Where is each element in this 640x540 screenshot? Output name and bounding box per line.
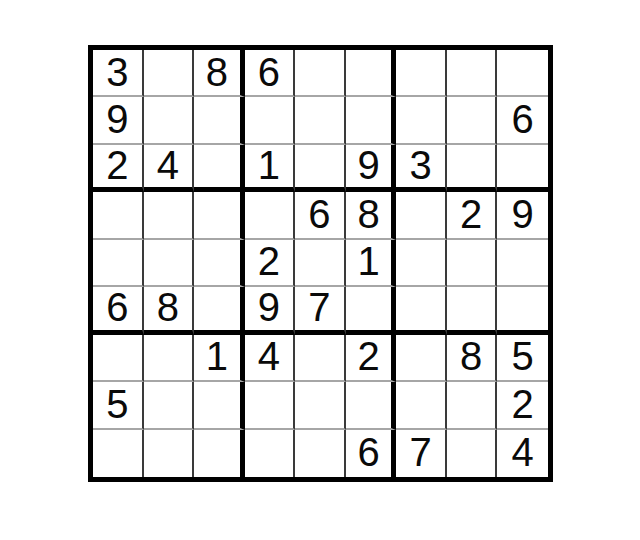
cell-r7c1-empty[interactable] [93, 335, 144, 382]
cell-r6c3-empty[interactable] [194, 287, 245, 334]
cell-r2c2-empty[interactable] [144, 97, 195, 144]
cell-r8c8-empty[interactable] [447, 382, 498, 429]
cell-r2c1-given: 9 [93, 97, 144, 144]
cell-r4c6-given: 8 [346, 192, 397, 239]
cell-r2c5-empty[interactable] [295, 97, 346, 144]
cell-r9c2-empty[interactable] [144, 430, 195, 477]
cell-r1c3-given: 8 [194, 50, 245, 97]
cell-r1c1-given: 3 [93, 50, 144, 97]
cell-r1c5-empty[interactable] [295, 50, 346, 97]
cell-r6c9-empty[interactable] [497, 287, 548, 334]
page-background: { "game": "sudoku", "position": "3.86...… [0, 0, 640, 540]
cell-r5c6-given: 1 [346, 240, 397, 287]
cell-r4c1-empty[interactable] [93, 192, 144, 239]
cell-r7c9-given: 5 [497, 335, 548, 382]
cell-r9c9-given: 4 [497, 430, 548, 477]
cell-r5c7-empty[interactable] [396, 240, 447, 287]
cell-r9c5-empty[interactable] [295, 430, 346, 477]
cell-r3c2-given: 4 [144, 145, 195, 192]
cell-r9c8-empty[interactable] [447, 430, 498, 477]
cell-r1c2-empty[interactable] [144, 50, 195, 97]
cell-r7c3-given: 1 [194, 335, 245, 382]
cell-r5c5-empty[interactable] [295, 240, 346, 287]
cell-r3c9-empty[interactable] [497, 145, 548, 192]
cell-r5c3-empty[interactable] [194, 240, 245, 287]
cell-r4c9-given: 9 [497, 192, 548, 239]
cell-r3c1-given: 2 [93, 145, 144, 192]
cell-r6c2-given: 8 [144, 287, 195, 334]
cell-r4c2-empty[interactable] [144, 192, 195, 239]
cell-r4c4-empty[interactable] [245, 192, 296, 239]
cell-r4c8-given: 2 [447, 192, 498, 239]
cell-r2c4-empty[interactable] [245, 97, 296, 144]
cell-r9c6-given: 6 [346, 430, 397, 477]
cell-r6c8-empty[interactable] [447, 287, 498, 334]
cell-r6c6-empty[interactable] [346, 287, 397, 334]
cell-r4c3-empty[interactable] [194, 192, 245, 239]
cell-r7c4-given: 4 [245, 335, 296, 382]
cell-r2c9-given: 6 [497, 97, 548, 144]
cell-r9c7-given: 7 [396, 430, 447, 477]
cell-r8c9-given: 2 [497, 382, 548, 429]
cell-r1c4-given: 6 [245, 50, 296, 97]
cell-r5c4-given: 2 [245, 240, 296, 287]
cell-r9c1-empty[interactable] [93, 430, 144, 477]
cell-r8c6-empty[interactable] [346, 382, 397, 429]
cell-r2c7-empty[interactable] [396, 97, 447, 144]
cell-r3c7-given: 3 [396, 145, 447, 192]
cell-r2c8-empty[interactable] [447, 97, 498, 144]
cell-r1c7-empty[interactable] [396, 50, 447, 97]
cell-r6c7-empty[interactable] [396, 287, 447, 334]
cell-r2c3-empty[interactable] [194, 97, 245, 144]
sudoku-board: 386962419368292168971428552674 [88, 45, 553, 482]
cell-r7c7-empty[interactable] [396, 335, 447, 382]
cell-r8c7-empty[interactable] [396, 382, 447, 429]
cell-r5c2-empty[interactable] [144, 240, 195, 287]
cell-r3c8-empty[interactable] [447, 145, 498, 192]
cell-r8c4-empty[interactable] [245, 382, 296, 429]
cell-r4c5-given: 6 [295, 192, 346, 239]
cell-r4c7-empty[interactable] [396, 192, 447, 239]
cell-r7c8-given: 8 [447, 335, 498, 382]
cell-r9c4-empty[interactable] [245, 430, 296, 477]
cell-r3c3-empty[interactable] [194, 145, 245, 192]
cell-r3c6-given: 9 [346, 145, 397, 192]
cell-r6c5-given: 7 [295, 287, 346, 334]
cell-r5c1-empty[interactable] [93, 240, 144, 287]
cell-r8c1-given: 5 [93, 382, 144, 429]
cell-r7c6-given: 2 [346, 335, 397, 382]
cell-r1c8-empty[interactable] [447, 50, 498, 97]
cell-r3c4-given: 1 [245, 145, 296, 192]
cell-r6c1-given: 6 [93, 287, 144, 334]
cell-r1c6-empty[interactable] [346, 50, 397, 97]
cell-r5c9-empty[interactable] [497, 240, 548, 287]
cell-r2c6-empty[interactable] [346, 97, 397, 144]
cell-r6c4-given: 9 [245, 287, 296, 334]
cell-r1c9-empty[interactable] [497, 50, 548, 97]
cell-r9c3-empty[interactable] [194, 430, 245, 477]
cell-r3c5-empty[interactable] [295, 145, 346, 192]
cell-r7c5-empty[interactable] [295, 335, 346, 382]
cell-r7c2-empty[interactable] [144, 335, 195, 382]
cell-r8c3-empty[interactable] [194, 382, 245, 429]
cell-r5c8-empty[interactable] [447, 240, 498, 287]
cell-r8c2-empty[interactable] [144, 382, 195, 429]
cell-r8c5-empty[interactable] [295, 382, 346, 429]
